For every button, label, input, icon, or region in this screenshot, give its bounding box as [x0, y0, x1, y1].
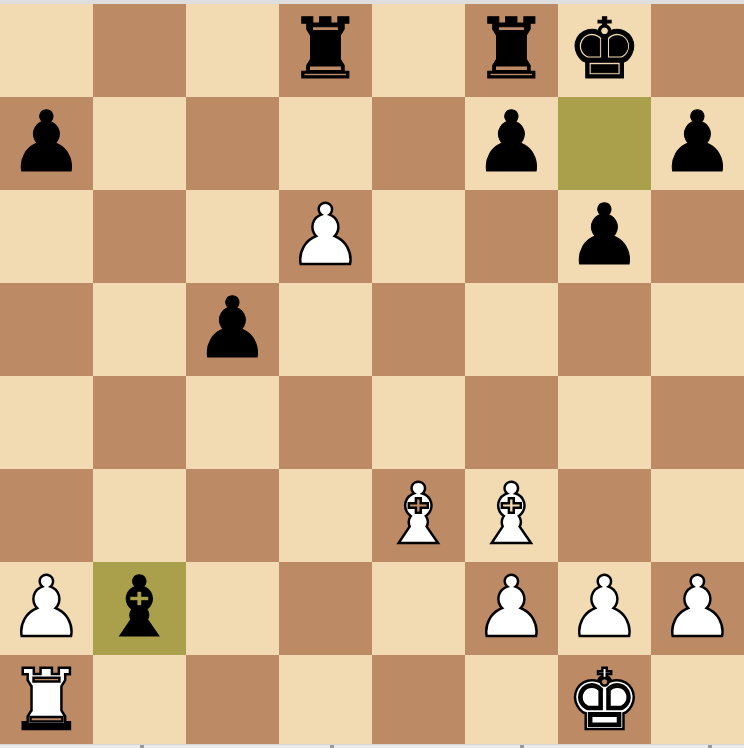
- square-c4[interactable]: [186, 376, 279, 469]
- square-b3[interactable]: [93, 469, 186, 562]
- square-d8[interactable]: ♜: [279, 4, 372, 97]
- square-c6[interactable]: [186, 190, 279, 283]
- square-f2[interactable]: ♟: [465, 562, 558, 655]
- square-h5[interactable]: [651, 283, 744, 376]
- square-d7[interactable]: [279, 97, 372, 190]
- square-a1[interactable]: ♜: [0, 655, 93, 748]
- square-d5[interactable]: [279, 283, 372, 376]
- square-a5[interactable]: [0, 283, 93, 376]
- square-b7[interactable]: [93, 97, 186, 190]
- piece-black-pawn[interactable]: ♟: [474, 100, 549, 184]
- square-e4[interactable]: [372, 376, 465, 469]
- piece-black-rook[interactable]: ♜: [288, 7, 363, 91]
- square-f6[interactable]: [465, 190, 558, 283]
- square-c2[interactable]: [186, 562, 279, 655]
- square-f8[interactable]: ♜: [465, 4, 558, 97]
- square-e8[interactable]: [372, 4, 465, 97]
- piece-white-pawn[interactable]: ♟: [288, 193, 363, 277]
- piece-black-rook[interactable]: ♜: [474, 7, 549, 91]
- square-e7[interactable]: [372, 97, 465, 190]
- square-d4[interactable]: [279, 376, 372, 469]
- square-a2[interactable]: ♟: [0, 562, 93, 655]
- square-e5[interactable]: [372, 283, 465, 376]
- square-h6[interactable]: [651, 190, 744, 283]
- square-g1[interactable]: ♚: [558, 655, 651, 748]
- square-b5[interactable]: [93, 283, 186, 376]
- square-b8[interactable]: [93, 4, 186, 97]
- square-h3[interactable]: [651, 469, 744, 562]
- square-a8[interactable]: [0, 4, 93, 97]
- square-a7[interactable]: ♟: [0, 97, 93, 190]
- square-e6[interactable]: [372, 190, 465, 283]
- chess-board: ♜♜♚♟♟♟♟♟♟♝♝♟♝♟♟♟♜♚: [0, 4, 744, 748]
- piece-black-pawn[interactable]: ♟: [660, 100, 735, 184]
- square-f7[interactable]: ♟: [465, 97, 558, 190]
- square-d3[interactable]: [279, 469, 372, 562]
- square-d6[interactable]: ♟: [279, 190, 372, 283]
- piece-white-bishop[interactable]: ♝: [474, 472, 549, 556]
- square-c5[interactable]: ♟: [186, 283, 279, 376]
- square-g6[interactable]: ♟: [558, 190, 651, 283]
- square-f3[interactable]: ♝: [465, 469, 558, 562]
- piece-white-rook[interactable]: ♜: [9, 658, 84, 742]
- square-c1[interactable]: [186, 655, 279, 748]
- square-f5[interactable]: [465, 283, 558, 376]
- square-g5[interactable]: [558, 283, 651, 376]
- square-b2[interactable]: ♝: [93, 562, 186, 655]
- piece-white-pawn[interactable]: ♟: [660, 565, 735, 649]
- piece-white-pawn[interactable]: ♟: [474, 565, 549, 649]
- square-c8[interactable]: [186, 4, 279, 97]
- piece-black-pawn[interactable]: ♟: [195, 286, 270, 370]
- square-a6[interactable]: [0, 190, 93, 283]
- square-d1[interactable]: [279, 655, 372, 748]
- piece-white-pawn[interactable]: ♟: [9, 565, 84, 649]
- piece-white-king[interactable]: ♚: [567, 658, 642, 742]
- piece-white-pawn[interactable]: ♟: [567, 565, 642, 649]
- square-g2[interactable]: ♟: [558, 562, 651, 655]
- square-a4[interactable]: [0, 376, 93, 469]
- square-h1[interactable]: [651, 655, 744, 748]
- square-c7[interactable]: [186, 97, 279, 190]
- piece-black-pawn[interactable]: ♟: [567, 193, 642, 277]
- square-g8[interactable]: ♚: [558, 4, 651, 97]
- square-h2[interactable]: ♟: [651, 562, 744, 655]
- square-h8[interactable]: [651, 4, 744, 97]
- square-f1[interactable]: [465, 655, 558, 748]
- square-h7[interactable]: ♟: [651, 97, 744, 190]
- square-e3[interactable]: ♝: [372, 469, 465, 562]
- square-e1[interactable]: [372, 655, 465, 748]
- square-b1[interactable]: [93, 655, 186, 748]
- square-a3[interactable]: [0, 469, 93, 562]
- square-g3[interactable]: [558, 469, 651, 562]
- square-b6[interactable]: [93, 190, 186, 283]
- square-e2[interactable]: [372, 562, 465, 655]
- square-g7[interactable]: [558, 97, 651, 190]
- piece-black-king[interactable]: ♚: [567, 7, 642, 91]
- square-g4[interactable]: [558, 376, 651, 469]
- page-bottom-scrollbar[interactable]: [0, 744, 744, 748]
- square-d2[interactable]: [279, 562, 372, 655]
- square-c3[interactable]: [186, 469, 279, 562]
- piece-black-pawn[interactable]: ♟: [9, 100, 84, 184]
- piece-black-bishop[interactable]: ♝: [102, 565, 177, 649]
- square-b4[interactable]: [93, 376, 186, 469]
- square-f4[interactable]: [465, 376, 558, 469]
- piece-white-bishop[interactable]: ♝: [381, 472, 456, 556]
- square-h4[interactable]: [651, 376, 744, 469]
